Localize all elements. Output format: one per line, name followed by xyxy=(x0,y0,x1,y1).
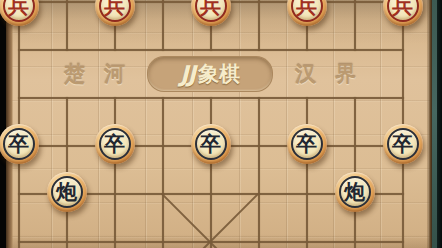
piece-character: 卒 xyxy=(291,128,323,160)
piece-character: 卒 xyxy=(99,128,131,160)
grid-line xyxy=(162,0,164,51)
grid-line xyxy=(114,97,116,248)
game-screen: 楚河 JJ 象棋 汉界 兵兵兵兵兵卒卒卒卒卒炮炮 xyxy=(0,0,442,248)
piece-black-cannon[interactable]: 炮 xyxy=(47,172,87,212)
piece-character: 兵 xyxy=(3,0,35,22)
piece-black-soldier[interactable]: 卒 xyxy=(191,124,231,164)
piece-character: 兵 xyxy=(99,0,131,22)
piece-black-soldier[interactable]: 卒 xyxy=(287,124,327,164)
river-band: 楚河 JJ 象棋 汉界 xyxy=(18,50,402,98)
piece-black-soldier[interactable]: 卒 xyxy=(383,124,423,164)
piece-character: 卒 xyxy=(3,128,35,160)
jj-xiangqi-logo: JJ 象棋 xyxy=(147,56,273,92)
river-label-chu-he: 楚河 xyxy=(64,60,144,88)
river-label-han-jie: 汉界 xyxy=(295,60,375,88)
grid-line xyxy=(258,0,260,51)
piece-character: 卒 xyxy=(387,128,419,160)
grid-line xyxy=(354,0,356,51)
jj-logo-mark: JJ xyxy=(180,61,195,87)
piece-character: 兵 xyxy=(387,0,419,22)
grid-line xyxy=(162,97,164,248)
piece-black-soldier[interactable]: 卒 xyxy=(95,124,135,164)
piece-character: 炮 xyxy=(51,176,83,208)
grid-line xyxy=(306,97,308,248)
grid-line xyxy=(210,97,212,248)
letterbox-right xyxy=(437,0,442,248)
piece-black-soldier[interactable]: 卒 xyxy=(0,124,39,164)
piece-black-cannon[interactable]: 炮 xyxy=(335,172,375,212)
grid-line xyxy=(258,97,260,248)
grid-line xyxy=(66,0,68,51)
piece-character: 兵 xyxy=(291,0,323,22)
jj-logo-text: 象棋 xyxy=(198,60,240,88)
piece-character: 卒 xyxy=(195,128,227,160)
piece-character: 炮 xyxy=(339,176,371,208)
piece-character: 兵 xyxy=(195,0,227,22)
